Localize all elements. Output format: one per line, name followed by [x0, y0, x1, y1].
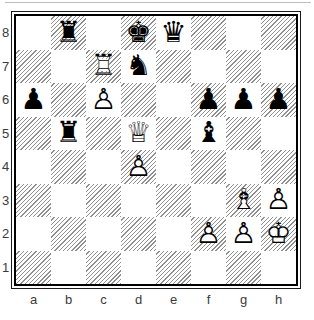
- square-d1: [121, 251, 156, 285]
- square-g2: ♟♙: [226, 217, 261, 251]
- rank-label-5: 5: [0, 126, 11, 141]
- square-b1: [51, 251, 86, 285]
- piece-glyph: ♟: [191, 83, 226, 117]
- square-b5: ♜: [51, 117, 86, 151]
- piece-black-pawn: ♟: [16, 83, 51, 117]
- square-c5: [86, 117, 121, 151]
- square-c3: [86, 184, 121, 218]
- square-a6: ♟: [16, 83, 51, 117]
- piece-glyph: ♟: [261, 83, 296, 117]
- square-e4: [156, 150, 191, 184]
- piece-white-pawn: ♟♙: [191, 217, 226, 251]
- board: ♜♚♛♜♖♞♟♟♙♟♟♟♜♛♕♝♟♙♝♗♟♙♟♙♟♙♚♔: [16, 16, 296, 284]
- piece-white-bishop: ♝♗: [226, 184, 261, 218]
- square-f6: ♟: [191, 83, 226, 117]
- square-f7: [191, 50, 226, 84]
- piece-glyph: ♝: [191, 117, 226, 151]
- square-f4: [191, 150, 226, 184]
- piece-white-queen: ♛♕: [121, 117, 156, 151]
- piece-glyph: ♜: [51, 117, 86, 151]
- piece-glyph: ♟: [16, 83, 51, 117]
- piece-glyph: ♙: [86, 83, 121, 117]
- square-c4: [86, 150, 121, 184]
- rank-label-7: 7: [0, 59, 11, 74]
- file-label-d: d: [121, 292, 156, 307]
- piece-white-pawn: ♟♙: [261, 184, 296, 218]
- piece-white-pawn: ♟♙: [226, 217, 261, 251]
- board-frame-outer: ♜♚♛♜♖♞♟♟♙♟♟♟♜♛♕♝♟♙♝♗♟♙♟♙♟♙♚♔: [11, 11, 301, 289]
- square-h4: [261, 150, 296, 184]
- square-a7: [16, 50, 51, 84]
- file-label-h: h: [261, 292, 296, 307]
- piece-glyph: ♙: [261, 184, 296, 218]
- square-e6: [156, 83, 191, 117]
- square-h5: [261, 117, 296, 151]
- piece-black-queen: ♛: [156, 16, 191, 50]
- piece-glyph: ♙: [191, 217, 226, 251]
- file-label-g: g: [226, 292, 261, 307]
- piece-white-rook: ♜♖: [86, 50, 121, 84]
- square-a8: [16, 16, 51, 50]
- piece-glyph: ♙: [226, 217, 261, 251]
- square-b6: [51, 83, 86, 117]
- file-label-e: e: [156, 292, 191, 307]
- piece-black-rook: ♜: [51, 16, 86, 50]
- piece-black-pawn: ♟: [226, 83, 261, 117]
- square-a5: [16, 117, 51, 151]
- piece-black-pawn: ♟: [191, 83, 226, 117]
- square-d4: ♟♙: [121, 150, 156, 184]
- square-a3: [16, 184, 51, 218]
- square-f2: ♟♙: [191, 217, 226, 251]
- piece-glyph: ♞: [121, 50, 156, 84]
- square-d8: ♚: [121, 16, 156, 50]
- square-b2: [51, 217, 86, 251]
- square-b3: [51, 184, 86, 218]
- piece-glyph: ♜: [51, 16, 86, 50]
- piece-white-king: ♚♔: [261, 217, 296, 251]
- file-label-c: c: [86, 292, 121, 307]
- square-e5: [156, 117, 191, 151]
- square-d2: [121, 217, 156, 251]
- square-g7: [226, 50, 261, 84]
- square-e3: [156, 184, 191, 218]
- square-a4: [16, 150, 51, 184]
- square-b8: ♜: [51, 16, 86, 50]
- square-h3: ♟♙: [261, 184, 296, 218]
- square-h6: ♟: [261, 83, 296, 117]
- piece-black-bishop: ♝: [191, 117, 226, 151]
- square-e7: [156, 50, 191, 84]
- file-label-b: b: [51, 292, 86, 307]
- piece-black-pawn: ♟: [261, 83, 296, 117]
- piece-white-pawn: ♟♙: [86, 83, 121, 117]
- file-label-f: f: [191, 292, 226, 307]
- rank-label-8: 8: [0, 25, 11, 40]
- piece-glyph: ♟: [226, 83, 261, 117]
- image-top-border: [5, 2, 311, 3]
- piece-glyph: ♚: [121, 16, 156, 50]
- square-g6: ♟: [226, 83, 261, 117]
- square-d6: [121, 83, 156, 117]
- square-c8: [86, 16, 121, 50]
- square-e8: ♛: [156, 16, 191, 50]
- piece-glyph: ♕: [121, 117, 156, 151]
- piece-glyph: ♖: [86, 50, 121, 84]
- rank-label-3: 3: [0, 193, 11, 208]
- square-f5: ♝: [191, 117, 226, 151]
- rank-label-6: 6: [0, 92, 11, 107]
- piece-glyph: ♙: [121, 150, 156, 184]
- square-g3: ♝♗: [226, 184, 261, 218]
- square-a2: [16, 217, 51, 251]
- rank-label-2: 2: [0, 226, 11, 241]
- square-e1: [156, 251, 191, 285]
- piece-glyph: ♛: [156, 16, 191, 50]
- square-c6: ♟♙: [86, 83, 121, 117]
- square-g8: [226, 16, 261, 50]
- square-g5: [226, 117, 261, 151]
- piece-glyph: ♗: [226, 184, 261, 218]
- piece-black-king: ♚: [121, 16, 156, 50]
- square-h1: [261, 251, 296, 285]
- square-f1: [191, 251, 226, 285]
- rank-label-1: 1: [0, 260, 11, 275]
- square-h8: [261, 16, 296, 50]
- square-g1: [226, 251, 261, 285]
- piece-glyph: ♔: [261, 217, 296, 251]
- piece-black-rook: ♜: [51, 117, 86, 151]
- square-g4: [226, 150, 261, 184]
- square-c2: [86, 217, 121, 251]
- square-e2: [156, 217, 191, 251]
- square-d3: [121, 184, 156, 218]
- file-label-a: a: [16, 292, 51, 307]
- square-b4: [51, 150, 86, 184]
- square-a1: [16, 251, 51, 285]
- board-frame-inner: ♜♚♛♜♖♞♟♟♙♟♟♟♜♛♕♝♟♙♝♗♟♙♟♙♟♙♚♔: [14, 14, 298, 286]
- square-f3: [191, 184, 226, 218]
- rank-label-4: 4: [0, 159, 11, 174]
- piece-black-knight: ♞: [121, 50, 156, 84]
- piece-white-pawn: ♟♙: [121, 150, 156, 184]
- square-d7: ♞: [121, 50, 156, 84]
- square-h7: [261, 50, 296, 84]
- square-b7: [51, 50, 86, 84]
- square-d5: ♛♕: [121, 117, 156, 151]
- square-c7: ♜♖: [86, 50, 121, 84]
- square-c1: [86, 251, 121, 285]
- square-h2: ♚♔: [261, 217, 296, 251]
- square-f8: [191, 16, 226, 50]
